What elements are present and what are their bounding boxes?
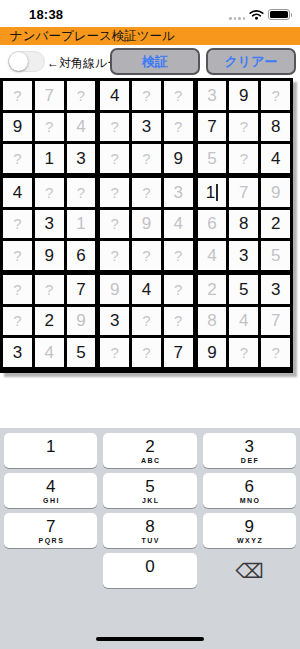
cell-value: 9 (110, 281, 119, 298)
sudoku-cell-r9c2[interactable]: 4 (35, 338, 64, 367)
text-cursor (216, 184, 218, 201)
sudoku-cell-r5c1[interactable]: ? (3, 210, 32, 239)
sudoku-cell-r8c3[interactable]: 9 (67, 307, 96, 336)
sudoku-box-8: 94?3????7 (100, 275, 192, 367)
sudoku-cell-r9c6[interactable]: 7 (164, 338, 193, 367)
sudoku-cell-r5c3[interactable]: 1 (67, 210, 96, 239)
battery-icon (268, 9, 290, 20)
wifi-icon (249, 9, 264, 20)
sudoku-cell-r9c4[interactable]: ? (100, 338, 129, 367)
sudoku-cell-r2c6[interactable]: ? (164, 113, 193, 142)
sudoku-cell-r2c2[interactable]: ? (35, 113, 64, 142)
key-digit: 2 (145, 438, 154, 456)
sudoku-box-5: ??3?94??? (100, 178, 192, 270)
cell-value: 9 (207, 344, 216, 361)
sudoku-cell-r4c2[interactable]: ? (35, 178, 64, 207)
key-letters: JKL (140, 497, 159, 505)
sudoku-cell-r7c4[interactable]: 9 (100, 275, 129, 304)
key-3[interactable]: 3DEF (203, 433, 296, 468)
cell-value: 3 (174, 184, 183, 201)
cell-value: 9 (142, 215, 151, 232)
cell-value: 2 (207, 281, 216, 298)
key-7[interactable]: 7PQRS (4, 513, 97, 548)
keyboard-digit-rows: 12ABC3DEF4GHI5JKL6MNO7PQRS8TUV9WXYZ (0, 428, 300, 548)
sudoku-cell-r3c2[interactable]: 1 (35, 144, 64, 173)
cell-value: 7 (76, 281, 85, 298)
sudoku-cell-r5c8[interactable]: 8 (229, 210, 258, 239)
key-4[interactable]: 4GHI (4, 473, 97, 508)
sudoku-cell-r3c8[interactable]: ? (229, 144, 258, 173)
cell-value: 9 (13, 118, 22, 135)
cell-value: 4 (142, 281, 151, 298)
sudoku-cell-r4c4[interactable]: ? (100, 178, 129, 207)
cell-value: 1 (76, 215, 85, 232)
cell-value: 8 (239, 215, 248, 232)
sudoku-cell-r1c2[interactable]: 7 (35, 81, 64, 110)
sudoku-cell-r5c7[interactable]: 6 (198, 210, 227, 239)
cell-value: 1 (206, 184, 215, 201)
sudoku-cell-r8c2[interactable]: 2 (35, 307, 64, 336)
verify-button[interactable]: 検証 (110, 48, 200, 75)
app-title: ナンバープレース検証ツール (10, 28, 175, 45)
sudoku-cell-r7c7[interactable]: 2 (198, 275, 227, 304)
key-letters: GHI (41, 497, 59, 505)
cell-value: ? (142, 313, 150, 328)
sudoku-cell-r8c7[interactable]: 8 (198, 307, 227, 336)
cell-value: 9 (174, 150, 183, 167)
cell-value: ? (174, 248, 182, 263)
keyboard-spacer (4, 553, 97, 588)
sudoku-cell-r9c9[interactable]: ? (261, 338, 290, 367)
cell-value: 7 (207, 118, 216, 135)
key-letters: ABC (139, 457, 160, 465)
cell-value: 8 (271, 118, 280, 135)
sudoku-cell-r2c8[interactable]: ? (229, 113, 258, 142)
key-digit: 9 (245, 518, 254, 536)
sudoku-box-2: 4???3???9 (100, 81, 192, 173)
app-screen: 18:38 ナンバープレース検証ツール ←対角線ルール 検証 クリアー ?7?9… (0, 0, 300, 649)
sudoku-cell-r7c5[interactable]: 4 (132, 275, 161, 304)
cell-value: ? (111, 151, 119, 166)
cell-value: 4 (76, 118, 85, 135)
cell-value: 3 (76, 150, 85, 167)
sudoku-cell-r2c5[interactable]: 3 (132, 113, 161, 142)
cell-value: 4 (44, 344, 53, 361)
cell-value: ? (142, 151, 150, 166)
sudoku-cell-r7c6[interactable]: ? (164, 275, 193, 304)
cell-value: ? (111, 216, 119, 231)
sudoku-cell-r4c1[interactable]: 4 (3, 178, 32, 207)
cell-value: 3 (110, 312, 119, 329)
cell-value: ? (142, 248, 150, 263)
sudoku-box-7: ??7?29345 (3, 275, 95, 367)
sudoku-cell-r1c3[interactable]: ? (67, 81, 96, 110)
cell-value: 6 (76, 247, 85, 264)
sudoku-cell-r1c7[interactable]: 3 (198, 81, 227, 110)
key-digit: 6 (245, 478, 254, 496)
sudoku-cell-r2c1[interactable]: 9 (3, 113, 32, 142)
cell-value: ? (271, 88, 279, 103)
sudoku-cell-r8c5[interactable]: ? (132, 307, 161, 336)
sudoku-cell-r6c2[interactable]: 9 (35, 241, 64, 270)
cell-value: ? (174, 88, 182, 103)
sudoku-cell-r8c8[interactable]: 4 (229, 307, 258, 336)
home-indicator[interactable] (96, 637, 204, 642)
cell-value: ? (174, 282, 182, 297)
key-digit: 8 (145, 518, 154, 536)
cell-value: 4 (110, 87, 119, 104)
cell-value: ? (111, 248, 119, 263)
sudoku-cell-r5c2[interactable]: 3 (35, 210, 64, 239)
status-bar: 18:38 (0, 0, 300, 27)
sudoku-cell-r9c7[interactable]: 9 (198, 338, 227, 367)
cell-value: ? (111, 119, 119, 134)
keyboard-bottom-row: 0 ⌫ (0, 548, 300, 588)
cell-value: ? (77, 88, 85, 103)
sudoku-cell-r5c6[interactable]: 4 (164, 210, 193, 239)
toggle-knob (9, 52, 28, 71)
cell-value: ? (111, 185, 119, 200)
cell-value: ? (142, 345, 150, 360)
sudoku-cell-r1c5[interactable]: ? (132, 81, 161, 110)
cell-value: 3 (207, 87, 216, 104)
sudoku-cell-r8c4[interactable]: 3 (100, 307, 129, 336)
key-digit: 4 (46, 478, 55, 496)
key-digit: 3 (245, 438, 254, 456)
sudoku-cell-r2c7[interactable]: 7 (198, 113, 227, 142)
cell-value: 5 (76, 344, 85, 361)
cell-value: ? (13, 216, 21, 231)
sudoku-cell-r6c6[interactable]: ? (164, 241, 193, 270)
cell-value: 3 (142, 118, 151, 135)
cell-value: ? (45, 119, 53, 134)
sudoku-box-3: 39?7?85?4 (198, 81, 290, 173)
sudoku-cell-r1c9[interactable]: ? (261, 81, 290, 110)
numeric-keyboard: 12ABC3DEF4GHI5JKL6MNO7PQRS8TUV9WXYZ 0 ⌫ (0, 428, 300, 649)
cell-value: 3 (271, 281, 280, 298)
sudoku-cell-r2c9[interactable]: 8 (261, 113, 290, 142)
cell-value: 7 (174, 344, 183, 361)
sudoku-cell-r3c3[interactable]: 3 (67, 144, 96, 173)
cell-value: ? (13, 282, 21, 297)
sudoku-cell-r3c9[interactable]: 4 (261, 144, 290, 173)
key-letters: WXYZ (235, 537, 263, 545)
cell-value: 6 (207, 215, 216, 232)
cell-value: 3 (44, 215, 53, 232)
cell-value: ? (13, 151, 21, 166)
cell-value: 9 (271, 184, 280, 201)
sudoku-cell-r9c5[interactable]: ? (132, 338, 161, 367)
cell-value: 5 (207, 150, 216, 167)
cell-value: 4 (13, 184, 22, 201)
cell-value: 7 (271, 312, 280, 329)
sudoku-box-9: 2538479?? (198, 275, 290, 367)
key-letters: MNO (238, 497, 260, 505)
key-1[interactable]: 1 (4, 433, 97, 468)
key-5[interactable]: 5JKL (103, 473, 196, 508)
cellular-signal-icon (229, 9, 245, 21)
sudoku-cell-r5c4[interactable]: ? (100, 210, 129, 239)
sudoku-cell-r5c9[interactable]: 2 (261, 210, 290, 239)
cell-value: 4 (174, 215, 183, 232)
cell-value: ? (174, 119, 182, 134)
key-digit: 0 (145, 558, 154, 576)
cell-value: ? (13, 88, 21, 103)
diagonal-rule-toggle[interactable] (8, 51, 45, 72)
key-letters: PQRS (37, 537, 64, 545)
key-9[interactable]: 9WXYZ (203, 513, 296, 548)
sudoku-cell-r4c5[interactable]: ? (132, 178, 161, 207)
status-time: 18:38 (29, 7, 63, 22)
sudoku-box-4: 4???31?96 (3, 178, 95, 270)
sudoku-cell-r9c8[interactable]: ? (229, 338, 258, 367)
sudoku-cell-r1c6[interactable]: ? (164, 81, 193, 110)
sudoku-cell-r3c4[interactable]: ? (100, 144, 129, 173)
cell-value: 9 (239, 87, 248, 104)
cell-value: 4 (271, 150, 280, 167)
sudoku-cell-r9c1[interactable]: 3 (3, 338, 32, 367)
sudoku-cell-r6c9[interactable]: 5 (261, 241, 290, 270)
cell-value: ? (174, 313, 182, 328)
backspace-key[interactable]: ⌫ (203, 553, 296, 588)
key-letters: TUV (140, 537, 160, 545)
sudoku-cell-r8c6[interactable]: ? (164, 307, 193, 336)
cell-value: ? (142, 185, 150, 200)
key-2[interactable]: 2ABC (103, 433, 196, 468)
sudoku-cell-r6c8[interactable]: 3 (229, 241, 258, 270)
cell-value: ? (271, 345, 279, 360)
sudoku-cell-r4c6[interactable]: 3 (164, 178, 193, 207)
sudoku-cell-r1c4[interactable]: 4 (100, 81, 129, 110)
sudoku-cell-r2c3[interactable]: 4 (67, 113, 96, 142)
cell-value: 1 (44, 150, 53, 167)
sudoku-cell-r6c1[interactable]: ? (3, 241, 32, 270)
sudoku-cell-r7c3[interactable]: 7 (67, 275, 96, 304)
cell-value: ? (240, 119, 248, 134)
sudoku-cell-r4c3[interactable]: ? (67, 178, 96, 207)
cell-value: ? (111, 345, 119, 360)
sudoku-cell-r7c2[interactable]: ? (35, 275, 64, 304)
key-digit: 1 (46, 438, 55, 456)
cell-value: 5 (271, 247, 280, 264)
cell-value: 4 (207, 247, 216, 264)
cell-value: 3 (239, 247, 248, 264)
cell-value: 9 (76, 312, 85, 329)
sudoku-cell-r4c8[interactable]: 7 (229, 178, 258, 207)
cell-value: ? (13, 313, 21, 328)
sudoku-cell-r6c5[interactable]: ? (132, 241, 161, 270)
sudoku-box-6: 179682435 (198, 178, 290, 270)
key-0[interactable]: 0 (103, 553, 196, 588)
key-letters: DEF (239, 457, 259, 465)
cell-value: ? (77, 185, 85, 200)
cell-value: 5 (239, 281, 248, 298)
cell-value: ? (45, 282, 53, 297)
key-6[interactable]: 6MNO (203, 473, 296, 508)
cell-value: 2 (271, 215, 280, 232)
cell-value: 8 (207, 312, 216, 329)
sudoku-board: ?7?9?4?134???3???939?7?85?44???31?96??3?… (0, 78, 293, 373)
sudoku-cell-r8c9[interactable]: 7 (261, 307, 290, 336)
key-8[interactable]: 8TUV (103, 513, 196, 548)
cell-value: 3 (13, 344, 22, 361)
sudoku-cell-r1c8[interactable]: 9 (229, 81, 258, 110)
sudoku-cell-r3c7[interactable]: 5 (198, 144, 227, 173)
sudoku-cell-r4c9[interactable]: 9 (261, 178, 290, 207)
sudoku-cell-r6c7[interactable]: 4 (198, 241, 227, 270)
cell-value: 7 (44, 87, 53, 104)
sudoku-cell-r4c7[interactable]: 1 (198, 178, 227, 207)
cell-value: ? (142, 88, 150, 103)
key-digit: 5 (145, 478, 154, 496)
sudoku-cell-r6c4[interactable]: ? (100, 241, 129, 270)
sudoku-cell-r6c3[interactable]: 6 (67, 241, 96, 270)
cell-value: ? (45, 185, 53, 200)
sudoku-cell-r3c5[interactable]: ? (132, 144, 161, 173)
controls-bar: ←対角線ルール 検証 クリアー (0, 45, 300, 78)
cell-value: ? (13, 248, 21, 263)
cell-value: 7 (239, 184, 248, 201)
cell-value: 4 (239, 312, 248, 329)
clear-button[interactable]: クリアー (206, 48, 296, 75)
sudoku-cell-r2c4[interactable]: ? (100, 113, 129, 142)
status-icons (229, 8, 292, 21)
sudoku-cell-r8c1[interactable]: ? (3, 307, 32, 336)
sudoku-cell-r7c1[interactable]: ? (3, 275, 32, 304)
cell-value: ? (240, 151, 248, 166)
cell-value: 2 (44, 312, 53, 329)
sudoku-cell-r7c8[interactable]: 5 (229, 275, 258, 304)
sudoku-cell-r3c6[interactable]: 9 (164, 144, 193, 173)
cell-value: 9 (44, 247, 53, 264)
key-digit: 7 (46, 518, 55, 536)
cell-value: ? (240, 345, 248, 360)
app-header: ナンバープレース検証ツール (0, 27, 300, 45)
sudoku-cell-r9c3[interactable]: 5 (67, 338, 96, 367)
sudoku-box-1: ?7?9?4?13 (3, 81, 95, 173)
sudoku-cell-r5c5[interactable]: 9 (132, 210, 161, 239)
sudoku-cell-r1c1[interactable]: ? (3, 81, 32, 110)
sudoku-cell-r3c1[interactable]: ? (3, 144, 32, 173)
sudoku-cell-r7c9[interactable]: 3 (261, 275, 290, 304)
